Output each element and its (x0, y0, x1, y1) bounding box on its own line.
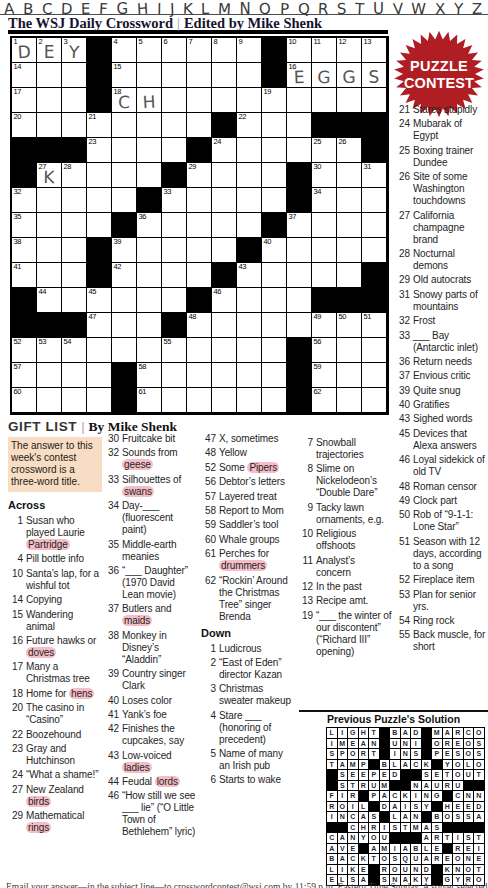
grid-cell[interactable] (187, 88, 212, 113)
cell-number: 56 (314, 338, 322, 347)
clue-number: 1 (8, 515, 26, 551)
masthead: The WSJ Daily Crossword|Edited by Mike S… (8, 15, 322, 32)
grid-cell[interactable]: 23 (87, 138, 112, 163)
grid-cell[interactable] (62, 113, 87, 138)
grid-cell[interactable]: 45 (87, 288, 112, 313)
grid-cell[interactable]: 9 (237, 38, 262, 63)
grid-cell[interactable]: 27K (37, 163, 62, 188)
grid-cell[interactable] (137, 163, 162, 188)
grid-cell[interactable] (212, 388, 237, 413)
grid-cell[interactable]: 14 (12, 63, 37, 88)
grid-cell[interactable] (62, 288, 87, 313)
page: ABCDEFGHIJKLMNOPQRSTUVWXYZ The WSJ Daily… (0, 0, 488, 888)
solution-block-cell (390, 781, 400, 791)
grid-cell[interactable] (87, 338, 112, 363)
grid-cell[interactable]: 11 (312, 38, 337, 63)
grid-cell[interactable] (187, 213, 212, 238)
clue-number: 52 (395, 574, 413, 586)
grid-cell[interactable]: 3Y (62, 38, 87, 63)
grid-cell[interactable] (287, 88, 312, 113)
clue-item: 9Tacky lawn ornaments, e.g. (298, 502, 392, 526)
grid-cell[interactable]: 12 (337, 38, 362, 63)
grid-cell[interactable] (162, 113, 187, 138)
solution-letter-cell: I (411, 739, 421, 749)
clue-number: 9 (298, 502, 316, 526)
grid-cell[interactable]: 36 (137, 213, 162, 238)
solution-letter-cell: O (464, 865, 474, 875)
grid-cell[interactable] (337, 188, 362, 213)
solution-letter-cell: H (359, 823, 369, 833)
clue-text: Day-___ (fluorescent paint) (122, 500, 198, 536)
grid-cell[interactable]: 35 (12, 213, 37, 238)
grid-cell[interactable] (162, 213, 187, 238)
down-clues-1-6: 1Ludicrous2“East of Eden” director Kazan… (201, 643, 295, 787)
clue-number: 43 (104, 750, 122, 774)
alphabet-letter: S (337, 0, 347, 19)
solution-letter-cell: E (474, 854, 484, 864)
grid-cell[interactable] (337, 163, 362, 188)
solution-block-cell (422, 728, 432, 738)
grid-cell[interactable]: 39 (112, 238, 137, 263)
grid-cell[interactable] (237, 138, 262, 163)
solution-letter-cell: E (348, 844, 358, 854)
clue-text: Analyst’s concern (316, 555, 392, 579)
grid-cell[interactable] (237, 188, 262, 213)
grid-cell[interactable] (212, 88, 237, 113)
grid-cell[interactable] (337, 338, 362, 363)
grid-cell[interactable] (237, 63, 262, 88)
grid-cell[interactable] (62, 188, 87, 213)
grid-cell[interactable] (187, 63, 212, 88)
grid-cell[interactable] (137, 288, 162, 313)
grid-cell[interactable] (37, 63, 62, 88)
solution-letter-cell: I (411, 791, 421, 801)
grid-cell[interactable]: S (362, 63, 387, 88)
block-cell (112, 363, 137, 388)
grid-cell[interactable] (362, 213, 387, 238)
clue-item: 32Sounds from geese (104, 447, 198, 471)
grid-cell[interactable]: 20 (12, 113, 37, 138)
clue-item: 1Susan who played Laurie Partridge (8, 515, 102, 551)
grid-cell[interactable] (312, 238, 337, 263)
clue-item: 28Nocturnal demons (395, 248, 488, 272)
cell-number: 51 (364, 313, 372, 322)
grid-cell[interactable]: 47 (87, 313, 112, 338)
block-cell (287, 188, 312, 213)
grid-cell[interactable]: 16E (287, 63, 312, 88)
grid-cell[interactable] (287, 263, 312, 288)
clue-number: 34 (104, 500, 122, 536)
grid-cell[interactable] (262, 188, 287, 213)
solution-letter-cell: R (327, 802, 337, 812)
grid-cell[interactable] (37, 238, 62, 263)
cell-number: 17 (14, 88, 22, 97)
clue-number: 31 (395, 289, 413, 313)
grid-cell[interactable] (237, 163, 262, 188)
grid-cell[interactable]: 21 (87, 113, 112, 138)
grid-cell[interactable] (137, 138, 162, 163)
grid-cell[interactable] (262, 113, 287, 138)
cell-number: 10 (289, 38, 297, 47)
grid-cell[interactable] (62, 88, 87, 113)
theme-word-highlight: hens (69, 688, 94, 699)
cell-number: 47 (89, 313, 97, 322)
grid-cell[interactable]: 13 (362, 38, 387, 63)
grid-cell[interactable] (212, 313, 237, 338)
grid-cell[interactable] (87, 388, 112, 413)
grid-cell[interactable] (287, 238, 312, 263)
grid-cell[interactable] (112, 313, 137, 338)
across-clues-47-62: 47X, sometimes48Yellow52Some Pipers56Deb… (201, 433, 295, 623)
grid-cell[interactable]: 7 (187, 38, 212, 63)
grid-cell[interactable]: 55 (162, 338, 187, 363)
grid-cell[interactable] (37, 88, 62, 113)
grid-cell[interactable] (137, 313, 162, 338)
grid-cell[interactable]: 43 (237, 263, 262, 288)
solution-letter-cell: K (422, 760, 432, 770)
grid-cell[interactable] (237, 388, 262, 413)
grid-cell[interactable]: 51 (362, 313, 387, 338)
grid-cell[interactable]: 2E (37, 38, 62, 63)
clue-text: Sounds from geese (122, 447, 198, 471)
clue-number: 13 (298, 595, 316, 607)
grid-cell[interactable]: 60 (12, 388, 37, 413)
grid-cell[interactable]: 6 (162, 38, 187, 63)
solution-letter-cell: A (380, 791, 390, 801)
block-cell (112, 213, 137, 238)
grid-cell[interactable] (187, 338, 212, 363)
grid-cell[interactable] (162, 288, 187, 313)
grid-cell[interactable] (37, 263, 62, 288)
grid-cell[interactable] (237, 313, 262, 338)
grid-cell[interactable] (212, 188, 237, 213)
grid-cell[interactable] (287, 313, 312, 338)
grid-cell[interactable] (337, 388, 362, 413)
block-cell (162, 163, 187, 188)
clue-number: 18 (8, 688, 26, 700)
grid-cell[interactable]: 31 (362, 163, 387, 188)
grid-cell[interactable]: 48 (187, 313, 212, 338)
grid-cell[interactable]: 22 (237, 113, 262, 138)
clue-text: Saddler’s tool (219, 519, 295, 531)
cell-number: 11 (314, 38, 321, 47)
grid-cell[interactable] (262, 288, 287, 313)
grid-cell[interactable] (187, 363, 212, 388)
grid-cell[interactable] (287, 288, 312, 313)
grid-cell[interactable] (362, 363, 387, 388)
grid-cell[interactable] (362, 238, 387, 263)
clue-text: Envious critic (413, 370, 488, 382)
grid-cell[interactable]: 19 (262, 88, 287, 113)
grid-cell[interactable] (212, 338, 237, 363)
grid-cell[interactable]: 53 (37, 338, 62, 363)
clue-text: Fruitcake bit (122, 433, 198, 445)
solution-letter-cell: U (453, 781, 463, 791)
grid-cell[interactable]: 29 (187, 163, 212, 188)
grid-cell[interactable]: 32 (12, 188, 37, 213)
grid-cell[interactable] (262, 163, 287, 188)
cell-number: 8 (214, 38, 218, 47)
grid-cell[interactable]: 28 (62, 163, 87, 188)
grid-cell[interactable] (262, 263, 287, 288)
grid-cell[interactable] (187, 263, 212, 288)
grid-cell[interactable] (112, 138, 137, 163)
grid-cell[interactable] (362, 188, 387, 213)
solution-letter-cell: B (432, 812, 442, 822)
grid-cell[interactable]: 38 (12, 238, 37, 263)
clue-number: 36 (395, 356, 413, 368)
grid-cell[interactable]: 1D (12, 38, 37, 63)
solution-letter-cell: C (453, 791, 463, 801)
grid-cell[interactable] (337, 263, 362, 288)
grid-cell[interactable] (237, 288, 262, 313)
clue-number: 40 (104, 695, 122, 707)
grid-cell[interactable]: G (337, 63, 362, 88)
grid-cell[interactable] (137, 338, 162, 363)
block-cell (87, 263, 112, 288)
grid-cell[interactable] (112, 113, 137, 138)
grid-cell[interactable]: 57 (12, 363, 37, 388)
solution-letter-cell: T (474, 865, 484, 875)
clue-item: 27California champagne brand (395, 210, 488, 246)
clue-item: 2“East of Eden” director Kazan (201, 657, 295, 681)
grid-cell[interactable] (112, 288, 137, 313)
grid-cell[interactable]: 41 (12, 263, 37, 288)
grid-cell[interactable]: H (137, 88, 162, 113)
across-clues-1-29: 1Susan who played Laurie Partridge4Pill … (8, 515, 102, 834)
grid-cell[interactable] (262, 388, 287, 413)
clue-number: 54 (395, 615, 413, 627)
grid-cell[interactable]: 30 (312, 163, 337, 188)
clue-item: 58Report to Mom (201, 505, 295, 517)
grid-cell[interactable] (37, 213, 62, 238)
solution-letter-cell: E (359, 770, 369, 780)
grid-cell[interactable] (237, 338, 262, 363)
grid-cell[interactable] (237, 88, 262, 113)
grid-cell[interactable]: 61 (137, 388, 162, 413)
grid-cell[interactable]: 17 (12, 88, 37, 113)
grid-cell[interactable] (362, 338, 387, 363)
grid-cell[interactable] (62, 238, 87, 263)
grid-cell[interactable] (112, 338, 137, 363)
clue-item: 54Ring rock (395, 615, 488, 627)
solution-block-cell (338, 823, 348, 833)
grid-cell[interactable] (312, 88, 337, 113)
clue-text: Plan for senior yrs. (413, 589, 488, 613)
grid-cell[interactable]: 25 (312, 138, 337, 163)
clue-number: 12 (298, 581, 316, 593)
alphabet-letter: X (434, 0, 445, 19)
clue-number: 14 (8, 594, 26, 606)
grid-cell[interactable] (62, 388, 87, 413)
cell-number: 48 (189, 313, 197, 322)
clue-number: 32 (395, 315, 413, 327)
grid-cell[interactable] (137, 63, 162, 88)
grid-cell[interactable] (37, 388, 62, 413)
grid-cell[interactable]: 24 (212, 138, 237, 163)
grid-cell[interactable]: 46 (212, 288, 237, 313)
grid-cell[interactable] (137, 238, 162, 263)
solution-letter-cell: T (348, 781, 358, 791)
solution-letter-cell: T (443, 770, 453, 780)
grid-cell[interactable] (212, 63, 237, 88)
clue-text: Mubarak of Egypt (413, 118, 488, 142)
grid-cell[interactable] (37, 188, 62, 213)
grid-cell[interactable] (137, 113, 162, 138)
clue-item: 24“What a shame!” (8, 769, 102, 781)
grid-cell[interactable] (162, 88, 187, 113)
grid-cell[interactable] (337, 88, 362, 113)
grid-cell[interactable] (87, 188, 112, 213)
grid-cell[interactable] (287, 113, 312, 138)
alphabet-letter: Y (453, 0, 463, 19)
clue-item: 41Yank’s foe (104, 709, 198, 721)
solution-letter-cell: A (401, 760, 411, 770)
block-cell (37, 313, 62, 338)
crossword-grid[interactable]: 1D2E3Y45678910111213141516EGGS1718CH1920… (10, 36, 389, 415)
masthead-divider: | (173, 15, 184, 31)
grid-cell[interactable] (212, 238, 237, 263)
grid-cell[interactable] (187, 238, 212, 263)
grid-cell[interactable]: 62 (312, 388, 337, 413)
grid-cell[interactable] (162, 263, 187, 288)
grid-cell[interactable]: G (312, 63, 337, 88)
solution-block-cell (380, 749, 390, 759)
grid-cell[interactable] (87, 213, 112, 238)
clue-text: Nocturnal demons (413, 248, 488, 272)
grid-cell[interactable] (37, 113, 62, 138)
grid-cell[interactable] (62, 213, 87, 238)
grid-cell[interactable] (162, 63, 187, 88)
grid-cell[interactable]: 50 (337, 313, 362, 338)
grid-cell[interactable] (237, 213, 262, 238)
grid-cell[interactable] (212, 213, 237, 238)
grid-cell[interactable]: 10 (287, 38, 312, 63)
grid-cell[interactable] (112, 188, 137, 213)
solution-block-cell (359, 791, 369, 801)
cell-number: 19 (264, 88, 272, 97)
grid-cell[interactable] (87, 163, 112, 188)
grid-cell[interactable] (212, 163, 237, 188)
solution-block-cell (432, 760, 442, 770)
grid-cell[interactable] (187, 188, 212, 213)
clue-item: 4Stare ___ (honoring of precedent) (201, 710, 295, 746)
grid-cell[interactable]: 52 (12, 338, 37, 363)
grid-cell[interactable] (187, 388, 212, 413)
grid-cell[interactable]: 5 (137, 38, 162, 63)
clue-item: 48Roman censor (395, 481, 488, 493)
clue-number: 22 (8, 729, 26, 741)
grid-cell[interactable]: 34 (312, 188, 337, 213)
grid-cell[interactable] (262, 138, 287, 163)
grid-cell[interactable]: 37 (287, 213, 312, 238)
grid-cell[interactable] (162, 238, 187, 263)
puzzle-title: GIFT LIST (8, 419, 77, 434)
grid-cell[interactable]: 44 (37, 288, 62, 313)
grid-cell[interactable]: 26 (337, 138, 362, 163)
grid-cell[interactable] (137, 263, 162, 288)
clue-number: 10 (8, 568, 26, 592)
solution-letter-cell: S (369, 812, 379, 822)
grid-cell[interactable] (337, 238, 362, 263)
clue-number: 8 (298, 463, 316, 499)
grid-cell[interactable] (362, 88, 387, 113)
solution-letter-cell: O (443, 812, 453, 822)
solution-letter-cell: V (338, 844, 348, 854)
grid-cell[interactable] (262, 338, 287, 363)
grid-cell[interactable] (262, 363, 287, 388)
grid-cell[interactable]: 56 (312, 338, 337, 363)
solution-block-cell (422, 812, 432, 822)
solution-letter-cell: A (338, 760, 348, 770)
grid-cell[interactable] (337, 363, 362, 388)
block-cell (12, 313, 37, 338)
grid-cell[interactable] (112, 163, 137, 188)
grid-cell[interactable] (162, 388, 187, 413)
solution-letter-cell: N (411, 812, 421, 822)
grid-cell[interactable]: 58 (137, 363, 162, 388)
grid-cell[interactable]: 49 (312, 313, 337, 338)
grid-cell[interactable] (337, 213, 362, 238)
solution-letter-cell: L (464, 760, 474, 770)
grid-cell[interactable] (287, 138, 312, 163)
solution-letter-cell: S (390, 854, 400, 864)
grid-cell[interactable] (262, 313, 287, 338)
grid-cell[interactable] (312, 263, 337, 288)
grid-cell[interactable]: 40 (262, 238, 287, 263)
grid-cell[interactable]: 54 (62, 338, 87, 363)
block-cell (262, 63, 287, 88)
clue-number: 2 (201, 657, 219, 681)
grid-cell[interactable] (187, 113, 212, 138)
grid-cell[interactable] (62, 363, 87, 388)
grid-cell[interactable] (87, 363, 112, 388)
grid-cell[interactable] (162, 363, 187, 388)
clue-number: 48 (395, 481, 413, 493)
block-cell (287, 363, 312, 388)
cell-number: 61 (139, 388, 147, 397)
grid-cell[interactable]: 42 (112, 263, 137, 288)
grid-cell[interactable] (62, 63, 87, 88)
grid-cell[interactable]: 18C (112, 88, 137, 113)
grid-cell[interactable]: 4 (112, 38, 137, 63)
grid-cell[interactable] (212, 363, 237, 388)
clue-item: 42Finishes the cupcakes, say (104, 723, 198, 747)
clue-item: 46Loyal sidekick of old TV (395, 454, 488, 478)
clue-text: Report to Mom (219, 505, 295, 517)
grid-cell[interactable] (237, 363, 262, 388)
clue-item: 53Plan for senior yrs. (395, 589, 488, 613)
theme-word-highlight: lords (155, 776, 180, 787)
clue-item: 8Slime on Nickelodeon’s “Double Dare” (298, 463, 392, 499)
clue-item: 46“How still we see ___ lie” (“O Little … (104, 790, 198, 838)
clue-number: 3 (201, 683, 219, 707)
grid-cell[interactable] (362, 388, 387, 413)
clue-text: X, sometimes (219, 433, 295, 445)
grid-cell[interactable]: 59 (312, 363, 337, 388)
grid-cell[interactable]: 8 (212, 38, 237, 63)
block-cell (312, 113, 337, 138)
grid-cell[interactable] (37, 363, 62, 388)
cell-number: 37 (289, 213, 297, 222)
grid-cell[interactable] (62, 263, 87, 288)
grid-cell[interactable]: 15 (112, 63, 137, 88)
grid-cell[interactable] (312, 213, 337, 238)
grid-cell[interactable]: 33 (162, 188, 187, 213)
theme-word-highlight: swans (122, 486, 154, 497)
grid-cell[interactable] (162, 138, 187, 163)
solution-letter-cell: E (348, 739, 358, 749)
